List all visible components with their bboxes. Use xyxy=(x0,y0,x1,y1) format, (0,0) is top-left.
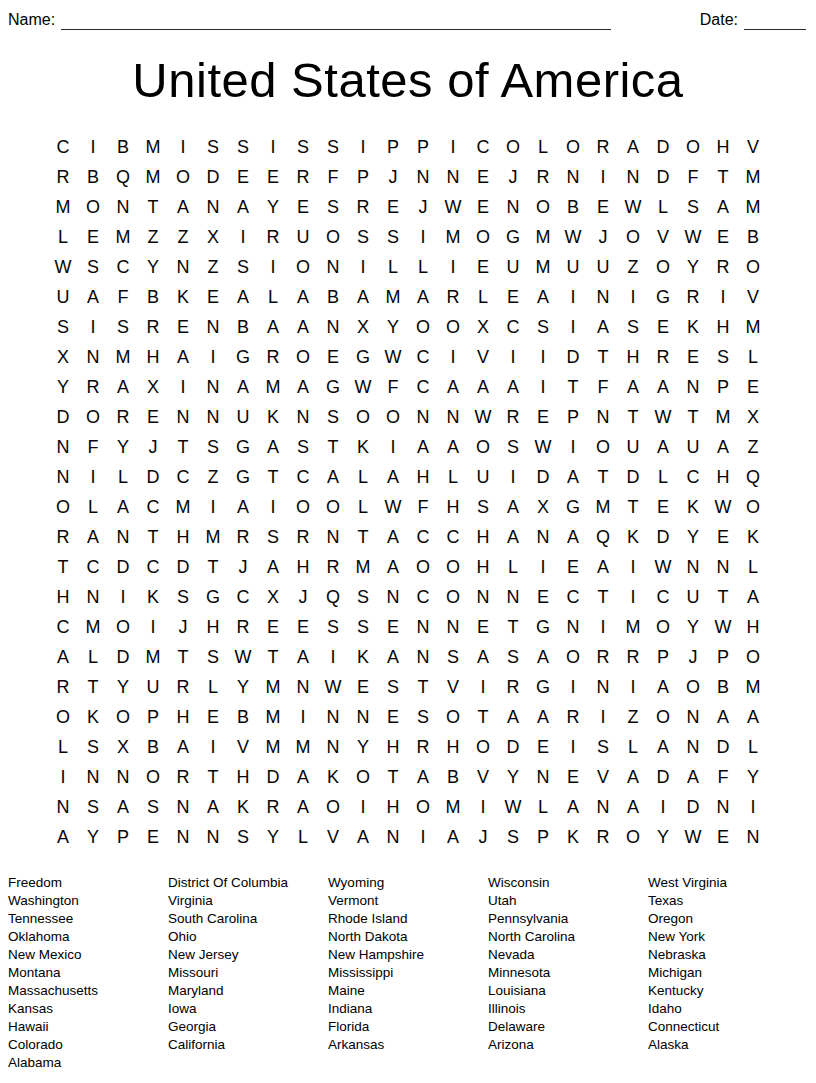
grid-cell[interactable]: P xyxy=(378,133,408,163)
grid-cell[interactable]: N xyxy=(528,763,558,793)
grid-cell[interactable]: S xyxy=(498,643,528,673)
grid-cell[interactable]: C xyxy=(108,253,138,283)
grid-cell[interactable]: T xyxy=(168,433,198,463)
grid-cell[interactable]: O xyxy=(438,583,468,613)
grid-cell[interactable]: A xyxy=(258,553,288,583)
grid-cell[interactable]: N xyxy=(738,823,768,853)
grid-cell[interactable]: T xyxy=(678,403,708,433)
grid-cell[interactable]: Y xyxy=(48,373,78,403)
grid-cell[interactable]: Q xyxy=(318,583,348,613)
grid-cell[interactable]: W xyxy=(678,823,708,853)
grid-cell[interactable]: H xyxy=(708,133,738,163)
grid-cell[interactable]: W xyxy=(378,493,408,523)
grid-cell[interactable]: A xyxy=(588,313,618,343)
grid-cell[interactable]: L xyxy=(288,823,318,853)
grid-cell[interactable]: R xyxy=(258,343,288,373)
grid-cell[interactable]: X xyxy=(138,373,168,403)
grid-cell[interactable]: E xyxy=(528,403,558,433)
grid-cell[interactable]: E xyxy=(708,823,738,853)
grid-cell[interactable]: P xyxy=(708,373,738,403)
grid-cell[interactable]: N xyxy=(438,403,468,433)
grid-cell[interactable]: H xyxy=(168,703,198,733)
grid-cell[interactable]: I xyxy=(468,793,498,823)
grid-cell[interactable]: J xyxy=(168,613,198,643)
grid-cell[interactable]: L xyxy=(108,463,138,493)
grid-cell[interactable]: O xyxy=(618,223,648,253)
grid-cell[interactable]: K xyxy=(258,403,288,433)
grid-cell[interactable]: E xyxy=(198,283,228,313)
grid-cell[interactable]: S xyxy=(318,133,348,163)
grid-cell[interactable]: U xyxy=(228,403,258,433)
grid-cell[interactable]: I xyxy=(438,133,468,163)
grid-cell[interactable]: L xyxy=(648,463,678,493)
grid-cell[interactable]: W xyxy=(378,343,408,373)
grid-cell[interactable]: Q xyxy=(588,523,618,553)
grid-cell[interactable]: M xyxy=(528,223,558,253)
grid-cell[interactable]: G xyxy=(228,343,258,373)
grid-cell[interactable]: I xyxy=(348,793,378,823)
grid-cell[interactable]: L xyxy=(348,493,378,523)
grid-cell[interactable]: O xyxy=(408,313,438,343)
grid-cell[interactable]: A xyxy=(738,703,768,733)
grid-cell[interactable]: S xyxy=(228,823,258,853)
grid-cell[interactable]: J xyxy=(138,433,168,463)
grid-cell[interactable]: S xyxy=(288,433,318,463)
grid-cell[interactable]: F xyxy=(408,493,438,523)
grid-cell[interactable]: O xyxy=(288,343,318,373)
grid-cell[interactable]: I xyxy=(708,283,738,313)
grid-cell[interactable]: B xyxy=(108,133,138,163)
grid-cell[interactable]: M xyxy=(258,373,288,403)
grid-cell[interactable]: M xyxy=(138,643,168,673)
grid-cell[interactable]: O xyxy=(678,673,708,703)
grid-cell[interactable]: J xyxy=(408,193,438,223)
grid-cell[interactable]: R xyxy=(288,523,318,553)
grid-cell[interactable]: Y xyxy=(258,823,288,853)
grid-cell[interactable]: O xyxy=(648,613,678,643)
grid-cell[interactable]: R xyxy=(588,133,618,163)
grid-cell[interactable]: I xyxy=(558,733,588,763)
grid-cell[interactable]: D xyxy=(168,553,198,583)
grid-cell[interactable]: E xyxy=(198,703,228,733)
grid-cell[interactable]: O xyxy=(78,403,108,433)
grid-cell[interactable]: I xyxy=(738,793,768,823)
grid-cell[interactable]: A xyxy=(408,283,438,313)
grid-cell[interactable]: K xyxy=(678,493,708,523)
grid-cell[interactable]: C xyxy=(408,373,438,403)
grid-cell[interactable]: Z xyxy=(738,433,768,463)
grid-cell[interactable]: L xyxy=(528,793,558,823)
grid-cell[interactable]: R xyxy=(138,313,168,343)
grid-cell[interactable]: U xyxy=(558,253,588,283)
grid-cell[interactable]: Y xyxy=(678,253,708,283)
grid-cell[interactable]: C xyxy=(48,133,78,163)
grid-cell[interactable]: A xyxy=(528,703,558,733)
grid-cell[interactable]: Q xyxy=(738,463,768,493)
grid-cell[interactable]: O xyxy=(438,703,468,733)
grid-cell[interactable]: F xyxy=(318,163,348,193)
grid-cell[interactable]: M xyxy=(618,613,648,643)
grid-cell[interactable]: X xyxy=(48,343,78,373)
grid-cell[interactable]: F xyxy=(588,373,618,403)
grid-cell[interactable]: D xyxy=(618,463,648,493)
grid-cell[interactable]: X xyxy=(468,313,498,343)
grid-cell[interactable]: K xyxy=(318,763,348,793)
grid-cell[interactable]: K xyxy=(228,793,258,823)
grid-cell[interactable]: T xyxy=(198,763,228,793)
grid-cell[interactable]: O xyxy=(468,733,498,763)
grid-cell[interactable]: Y xyxy=(228,673,258,703)
grid-cell[interactable]: S xyxy=(498,433,528,463)
grid-cell[interactable]: O xyxy=(588,433,618,463)
grid-cell[interactable]: I xyxy=(228,223,258,253)
grid-cell[interactable]: N xyxy=(588,793,618,823)
grid-cell[interactable]: U xyxy=(138,673,168,703)
grid-cell[interactable]: N xyxy=(408,613,438,643)
grid-cell[interactable]: N xyxy=(678,733,708,763)
grid-cell[interactable]: W xyxy=(618,193,648,223)
grid-cell[interactable]: A xyxy=(408,763,438,793)
grid-cell[interactable]: O xyxy=(288,493,318,523)
grid-cell[interactable]: O xyxy=(738,253,768,283)
grid-cell[interactable]: K xyxy=(138,583,168,613)
grid-cell[interactable]: C xyxy=(438,523,468,553)
grid-cell[interactable]: N xyxy=(378,583,408,613)
grid-cell[interactable]: N xyxy=(438,163,468,193)
grid-cell[interactable]: K xyxy=(78,703,108,733)
grid-cell[interactable]: I xyxy=(618,583,648,613)
grid-cell[interactable]: I xyxy=(48,763,78,793)
grid-cell[interactable]: O xyxy=(108,613,138,643)
grid-cell[interactable]: L xyxy=(48,223,78,253)
grid-cell[interactable]: S xyxy=(438,643,468,673)
grid-cell[interactable]: T xyxy=(618,493,648,523)
grid-cell[interactable]: T xyxy=(408,673,438,703)
grid-cell[interactable]: P xyxy=(528,823,558,853)
grid-cell[interactable]: O xyxy=(348,403,378,433)
grid-cell[interactable]: R xyxy=(498,403,528,433)
grid-cell[interactable]: M xyxy=(258,733,288,763)
grid-cell[interactable]: A xyxy=(498,523,528,553)
grid-cell[interactable]: A xyxy=(558,463,588,493)
grid-cell[interactable]: N xyxy=(558,613,588,643)
grid-cell[interactable]: N xyxy=(408,643,438,673)
grid-cell[interactable]: B xyxy=(138,733,168,763)
grid-cell[interactable]: W xyxy=(648,553,678,583)
grid-cell[interactable]: A xyxy=(258,313,288,343)
grid-cell[interactable]: A xyxy=(198,793,228,823)
grid-cell[interactable]: A xyxy=(558,523,588,553)
grid-cell[interactable]: A xyxy=(288,643,318,673)
grid-cell[interactable]: A xyxy=(348,283,378,313)
grid-cell[interactable]: L xyxy=(78,643,108,673)
grid-cell[interactable]: I xyxy=(168,133,198,163)
grid-cell[interactable]: G xyxy=(198,583,228,613)
grid-cell[interactable]: H xyxy=(468,553,498,583)
grid-cell[interactable]: Y xyxy=(678,523,708,553)
grid-cell[interactable]: B xyxy=(738,223,768,253)
grid-cell[interactable]: S xyxy=(588,733,618,763)
grid-cell[interactable]: T xyxy=(378,763,408,793)
grid-cell[interactable]: H xyxy=(738,613,768,643)
grid-cell[interactable]: E xyxy=(468,193,498,223)
grid-cell[interactable]: R xyxy=(618,643,648,673)
grid-cell[interactable]: T xyxy=(138,193,168,223)
grid-cell[interactable]: E xyxy=(708,223,738,253)
grid-cell[interactable]: A xyxy=(618,373,648,403)
grid-cell[interactable]: I xyxy=(558,313,588,343)
grid-cell[interactable]: L xyxy=(78,493,108,523)
grid-cell[interactable]: P xyxy=(708,643,738,673)
grid-cell[interactable]: O xyxy=(78,193,108,223)
grid-cell[interactable]: A xyxy=(378,523,408,553)
grid-cell[interactable]: M xyxy=(708,403,738,433)
grid-cell[interactable]: W xyxy=(468,403,498,433)
grid-cell[interactable]: N xyxy=(168,823,198,853)
grid-cell[interactable]: Y xyxy=(78,823,108,853)
grid-cell[interactable]: M xyxy=(78,613,108,643)
grid-cell[interactable]: I xyxy=(138,613,168,643)
grid-cell[interactable]: O xyxy=(438,313,468,343)
grid-cell[interactable]: L xyxy=(648,193,678,223)
grid-cell[interactable]: S xyxy=(678,193,708,223)
grid-cell[interactable]: O xyxy=(408,793,438,823)
grid-cell[interactable]: A xyxy=(48,823,78,853)
grid-cell[interactable]: P xyxy=(138,703,168,733)
grid-cell[interactable]: N xyxy=(318,523,348,553)
grid-cell[interactable]: E xyxy=(348,673,378,703)
grid-cell[interactable]: E xyxy=(378,193,408,223)
grid-cell[interactable]: A xyxy=(228,493,258,523)
grid-cell[interactable]: O xyxy=(168,163,198,193)
grid-cell[interactable]: G xyxy=(648,283,678,313)
grid-cell[interactable]: O xyxy=(318,493,348,523)
grid-cell[interactable]: N xyxy=(678,703,708,733)
grid-cell[interactable]: N xyxy=(198,823,228,853)
grid-cell[interactable]: N xyxy=(618,163,648,193)
grid-cell[interactable]: C xyxy=(408,523,438,553)
grid-cell[interactable]: I xyxy=(408,223,438,253)
grid-cell[interactable]: J xyxy=(378,163,408,193)
grid-cell[interactable]: G xyxy=(528,673,558,703)
grid-cell[interactable]: T xyxy=(588,343,618,373)
grid-cell[interactable]: R xyxy=(78,373,108,403)
grid-cell[interactable]: E xyxy=(78,223,108,253)
grid-cell[interactable]: X xyxy=(348,313,378,343)
grid-cell[interactable]: N xyxy=(78,763,108,793)
grid-cell[interactable]: I xyxy=(78,463,108,493)
grid-cell[interactable]: E xyxy=(258,163,288,193)
grid-cell[interactable]: I xyxy=(528,553,558,583)
grid-cell[interactable]: M xyxy=(588,493,618,523)
grid-cell[interactable]: N xyxy=(588,673,618,703)
grid-cell[interactable]: O xyxy=(648,703,678,733)
grid-cell[interactable]: S xyxy=(108,313,138,343)
grid-cell[interactable]: O xyxy=(348,763,378,793)
grid-cell[interactable]: L xyxy=(528,133,558,163)
grid-cell[interactable]: C xyxy=(468,133,498,163)
grid-cell[interactable]: A xyxy=(528,283,558,313)
grid-cell[interactable]: J xyxy=(678,643,708,673)
grid-cell[interactable]: W xyxy=(708,613,738,643)
grid-cell[interactable]: O xyxy=(318,793,348,823)
grid-cell[interactable]: N xyxy=(708,553,738,583)
grid-cell[interactable]: R xyxy=(228,523,258,553)
grid-cell[interactable]: H xyxy=(408,463,438,493)
grid-cell[interactable]: V xyxy=(738,133,768,163)
grid-cell[interactable]: E xyxy=(648,493,678,523)
grid-cell[interactable]: N xyxy=(318,313,348,343)
grid-cell[interactable]: A xyxy=(78,283,108,313)
grid-cell[interactable]: R xyxy=(708,253,738,283)
grid-cell[interactable]: F xyxy=(78,433,108,463)
grid-cell[interactable]: C xyxy=(558,583,588,613)
grid-cell[interactable]: S xyxy=(288,133,318,163)
grid-cell[interactable]: W xyxy=(528,433,558,463)
grid-cell[interactable]: C xyxy=(678,463,708,493)
grid-cell[interactable]: A xyxy=(168,343,198,373)
grid-cell[interactable]: R xyxy=(228,613,258,643)
grid-cell[interactable]: S xyxy=(708,343,738,373)
grid-cell[interactable]: G xyxy=(318,373,348,403)
grid-cell[interactable]: T xyxy=(138,523,168,553)
grid-cell[interactable]: A xyxy=(588,553,618,583)
grid-cell[interactable]: W xyxy=(708,493,738,523)
grid-cell[interactable]: S xyxy=(378,223,408,253)
grid-cell[interactable]: N xyxy=(48,433,78,463)
grid-cell[interactable]: S xyxy=(198,133,228,163)
grid-cell[interactable]: I xyxy=(588,163,618,193)
grid-cell[interactable]: E xyxy=(228,163,258,193)
grid-cell[interactable]: S xyxy=(48,313,78,343)
grid-cell[interactable]: T xyxy=(588,583,618,613)
grid-cell[interactable]: G xyxy=(228,463,258,493)
grid-cell[interactable]: T xyxy=(318,433,348,463)
grid-cell[interactable]: G xyxy=(498,223,528,253)
grid-cell[interactable]: I xyxy=(408,823,438,853)
grid-cell[interactable]: D xyxy=(258,763,288,793)
grid-cell[interactable]: I xyxy=(108,583,138,613)
grid-cell[interactable]: E xyxy=(258,613,288,643)
grid-cell[interactable]: Y xyxy=(108,673,138,703)
grid-cell[interactable]: U xyxy=(678,583,708,613)
grid-cell[interactable]: W xyxy=(498,793,528,823)
grid-cell[interactable]: I xyxy=(498,343,528,373)
grid-cell[interactable]: N xyxy=(588,283,618,313)
grid-cell[interactable]: B xyxy=(438,763,468,793)
grid-cell[interactable]: D xyxy=(558,343,588,373)
grid-cell[interactable]: V xyxy=(588,763,618,793)
grid-cell[interactable]: L xyxy=(738,553,768,583)
grid-cell[interactable]: L xyxy=(618,733,648,763)
grid-cell[interactable]: T xyxy=(168,643,198,673)
grid-cell[interactable]: A xyxy=(438,433,468,463)
grid-cell[interactable]: A xyxy=(108,793,138,823)
grid-cell[interactable]: S xyxy=(198,433,228,463)
grid-cell[interactable]: I xyxy=(348,133,378,163)
grid-cell[interactable]: U xyxy=(288,223,318,253)
grid-cell[interactable]: Y xyxy=(348,733,378,763)
grid-cell[interactable]: K xyxy=(618,523,648,553)
grid-cell[interactable]: I xyxy=(528,343,558,373)
grid-cell[interactable]: S xyxy=(258,523,288,553)
grid-cell[interactable]: E xyxy=(318,343,348,373)
grid-cell[interactable]: D xyxy=(108,643,138,673)
grid-cell[interactable]: R xyxy=(258,793,288,823)
grid-cell[interactable]: R xyxy=(258,223,288,253)
grid-cell[interactable]: J xyxy=(468,823,498,853)
grid-cell[interactable]: R xyxy=(498,673,528,703)
grid-cell[interactable]: L xyxy=(738,733,768,763)
grid-cell[interactable]: I xyxy=(558,673,588,703)
grid-cell[interactable]: A xyxy=(288,283,318,313)
grid-cell[interactable]: S xyxy=(378,673,408,703)
grid-cell[interactable]: H xyxy=(198,613,228,643)
grid-cell[interactable]: E xyxy=(558,553,588,583)
grid-cell[interactable]: A xyxy=(78,523,108,553)
grid-cell[interactable]: R xyxy=(48,673,78,703)
grid-cell[interactable]: R xyxy=(318,553,348,583)
grid-cell[interactable]: E xyxy=(468,253,498,283)
grid-cell[interactable]: T xyxy=(258,463,288,493)
grid-cell[interactable]: I xyxy=(648,793,678,823)
grid-cell[interactable]: O xyxy=(438,553,468,583)
grid-cell[interactable]: O xyxy=(318,223,348,253)
grid-cell[interactable]: T xyxy=(558,373,588,403)
grid-cell[interactable]: A xyxy=(318,463,348,493)
grid-cell[interactable]: S xyxy=(228,253,258,283)
grid-cell[interactable]: D xyxy=(498,733,528,763)
grid-cell[interactable]: U xyxy=(618,433,648,463)
grid-cell[interactable]: L xyxy=(378,253,408,283)
grid-cell[interactable]: B xyxy=(138,283,168,313)
grid-cell[interactable]: A xyxy=(708,703,738,733)
grid-cell[interactable]: P xyxy=(108,823,138,853)
grid-cell[interactable]: Y xyxy=(738,763,768,793)
grid-cell[interactable]: E xyxy=(168,313,198,343)
grid-cell[interactable]: Z xyxy=(168,223,198,253)
grid-cell[interactable]: O xyxy=(48,703,78,733)
grid-cell[interactable]: O xyxy=(738,493,768,523)
grid-cell[interactable]: E xyxy=(138,403,168,433)
grid-cell[interactable]: H xyxy=(378,733,408,763)
grid-cell[interactable]: A xyxy=(288,373,318,403)
grid-cell[interactable]: A xyxy=(228,373,258,403)
grid-cell[interactable]: A xyxy=(648,433,678,463)
grid-cell[interactable]: O xyxy=(468,433,498,463)
grid-cell[interactable]: B xyxy=(228,313,258,343)
grid-cell[interactable]: M xyxy=(438,223,468,253)
grid-cell[interactable]: I xyxy=(78,133,108,163)
grid-cell[interactable]: E xyxy=(138,823,168,853)
grid-cell[interactable]: K xyxy=(738,523,768,553)
grid-cell[interactable]: M xyxy=(108,343,138,373)
grid-cell[interactable]: J xyxy=(288,583,318,613)
grid-cell[interactable]: R xyxy=(528,163,558,193)
grid-cell[interactable]: T xyxy=(258,643,288,673)
grid-cell[interactable]: N xyxy=(528,523,558,553)
grid-cell[interactable]: W xyxy=(228,643,258,673)
grid-cell[interactable]: L xyxy=(48,733,78,763)
grid-cell[interactable]: M xyxy=(438,793,468,823)
grid-cell[interactable]: M xyxy=(528,253,558,283)
grid-cell[interactable]: S xyxy=(468,493,498,523)
grid-cell[interactable]: E xyxy=(528,733,558,763)
grid-cell[interactable]: W xyxy=(48,253,78,283)
grid-cell[interactable]: Y xyxy=(108,433,138,463)
grid-cell[interactable]: A xyxy=(288,793,318,823)
grid-cell[interactable]: X xyxy=(738,403,768,433)
